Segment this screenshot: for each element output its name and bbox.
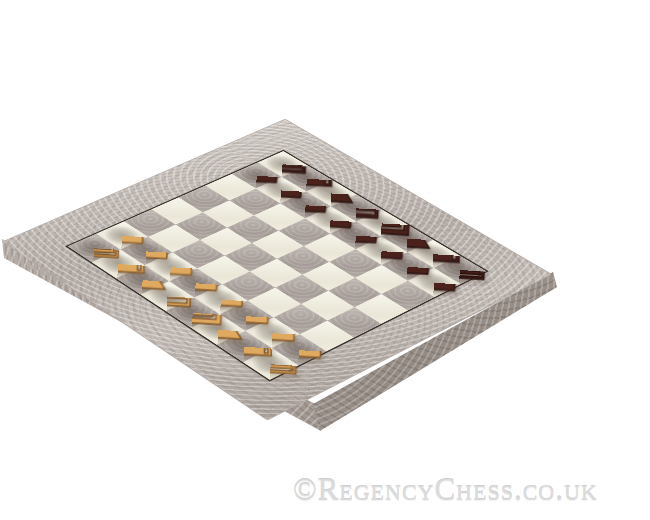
watermark: ©RegencyChess.co.uk [293, 472, 598, 508]
white-rook[interactable]: ♜ [180, 290, 364, 391]
board-border: ♜♞♝♛♚♝♞♜♟♟♟♟♟♟♟♟♟♟♟♟♟♟♟♟♜♞♝♛♚♝♞♜ [2, 119, 553, 421]
square-h1[interactable]: ♜ [243, 348, 298, 380]
product-photo: ♜♞♝♛♚♝♞♜♟♟♟♟♟♟♟♟♟♟♟♟♟♟♟♟♜♞♝♛♚♝♞♜ ©Regenc… [0, 0, 650, 520]
chess-board: ♜♞♝♛♚♝♞♜♟♟♟♟♟♟♟♟♟♟♟♟♟♟♟♟♜♞♝♛♚♝♞♜ [2, 119, 553, 421]
